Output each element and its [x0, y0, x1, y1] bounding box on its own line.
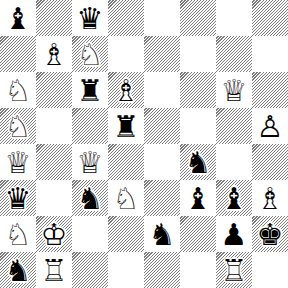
piece-white-queen: ♛♕: [216, 72, 252, 108]
square-a2[interactable]: ♞♘: [0, 216, 36, 252]
piece-glyph: ♝: [0, 0, 36, 36]
piece-glyph: ♘: [108, 180, 144, 216]
piece-glyph: ♕: [72, 144, 108, 180]
square-a6[interactable]: ♞♘: [0, 72, 36, 108]
piece-black-bishop: ♝♝: [180, 180, 216, 216]
square-c2[interactable]: [72, 216, 108, 252]
piece-glyph: ♘: [0, 216, 36, 252]
piece-white-rook: ♜♖: [216, 252, 252, 288]
square-d7[interactable]: [108, 36, 144, 72]
piece-glyph: ♛: [72, 0, 108, 36]
piece-black-king: ♚♚: [252, 216, 288, 252]
square-b2[interactable]: ♚♔: [36, 216, 72, 252]
piece-glyph: ♚: [252, 216, 288, 252]
square-a8[interactable]: ♝♝: [0, 0, 36, 36]
square-e1[interactable]: [144, 252, 180, 288]
piece-black-knight: ♞♞: [144, 216, 180, 252]
square-h6[interactable]: [252, 72, 288, 108]
square-f4[interactable]: ♞♞: [180, 144, 216, 180]
square-d8[interactable]: [108, 0, 144, 36]
piece-glyph: ♛: [0, 180, 36, 216]
square-c1[interactable]: [72, 252, 108, 288]
piece-black-knight: ♞♞: [0, 252, 36, 288]
square-b6[interactable]: [36, 72, 72, 108]
square-g7[interactable]: [216, 36, 252, 72]
piece-white-pawn: ♟♙: [252, 108, 288, 144]
square-e5[interactable]: [144, 108, 180, 144]
piece-white-knight: ♞♘: [108, 180, 144, 216]
piece-black-queen: ♛♛: [0, 180, 36, 216]
square-h8[interactable]: [252, 0, 288, 36]
piece-white-king: ♚♔: [36, 216, 72, 252]
piece-white-knight: ♞♘: [0, 108, 36, 144]
square-g6[interactable]: ♛♕: [216, 72, 252, 108]
piece-glyph: ♕: [0, 144, 36, 180]
square-f3[interactable]: ♝♝: [180, 180, 216, 216]
square-h7[interactable]: [252, 36, 288, 72]
square-h3[interactable]: ♝♗: [252, 180, 288, 216]
square-b1[interactable]: ♜♖: [36, 252, 72, 288]
square-g1[interactable]: ♜♖: [216, 252, 252, 288]
square-f1[interactable]: [180, 252, 216, 288]
piece-black-knight: ♞♞: [180, 144, 216, 180]
square-d6[interactable]: ♝♗: [108, 72, 144, 108]
square-g4[interactable]: [216, 144, 252, 180]
square-c7[interactable]: ♞♘: [72, 36, 108, 72]
piece-black-pawn: ♟♟: [216, 216, 252, 252]
piece-glyph: ♕: [216, 72, 252, 108]
piece-black-bishop: ♝♝: [0, 0, 36, 36]
square-a1[interactable]: ♞♞: [0, 252, 36, 288]
piece-white-rook: ♜♖: [36, 252, 72, 288]
square-g2[interactable]: ♟♟: [216, 216, 252, 252]
square-e8[interactable]: [144, 0, 180, 36]
chess-board: ♝♝♛♛♝♗♞♘♞♘♜♜♝♗♛♕♞♘♜♜♟♙♛♕♛♕♞♞♛♛♞♞♞♘♝♝♝♝♝♗…: [0, 0, 288, 288]
square-d3[interactable]: ♞♘: [108, 180, 144, 216]
square-h5[interactable]: ♟♙: [252, 108, 288, 144]
square-g8[interactable]: [216, 0, 252, 36]
square-c4[interactable]: ♛♕: [72, 144, 108, 180]
piece-black-bishop: ♝♝: [216, 180, 252, 216]
piece-black-queen: ♛♛: [72, 0, 108, 36]
piece-black-rook: ♜♜: [108, 108, 144, 144]
square-e6[interactable]: [144, 72, 180, 108]
square-b5[interactable]: [36, 108, 72, 144]
piece-white-knight: ♞♘: [0, 72, 36, 108]
piece-glyph: ♘: [72, 36, 108, 72]
piece-glyph: ♞: [72, 180, 108, 216]
piece-glyph: ♗: [108, 72, 144, 108]
square-b8[interactable]: [36, 0, 72, 36]
piece-black-rook: ♜♜: [72, 72, 108, 108]
square-h4[interactable]: [252, 144, 288, 180]
piece-black-knight: ♞♞: [72, 180, 108, 216]
piece-glyph: ♞: [180, 144, 216, 180]
piece-white-knight: ♞♘: [72, 36, 108, 72]
piece-glyph: ♟: [216, 216, 252, 252]
piece-glyph: ♞: [0, 252, 36, 288]
square-e2[interactable]: ♞♞: [144, 216, 180, 252]
piece-glyph: ♝: [216, 180, 252, 216]
square-a3[interactable]: ♛♛: [0, 180, 36, 216]
square-e3[interactable]: [144, 180, 180, 216]
square-a7[interactable]: [0, 36, 36, 72]
piece-glyph: ♗: [36, 36, 72, 72]
square-d2[interactable]: [108, 216, 144, 252]
piece-glyph: ♘: [0, 108, 36, 144]
square-c6[interactable]: ♜♜: [72, 72, 108, 108]
piece-glyph: ♖: [36, 252, 72, 288]
square-g5[interactable]: [216, 108, 252, 144]
square-c5[interactable]: [72, 108, 108, 144]
square-a4[interactable]: ♛♕: [0, 144, 36, 180]
square-g3[interactable]: ♝♝: [216, 180, 252, 216]
square-h2[interactable]: ♚♚: [252, 216, 288, 252]
square-b4[interactable]: [36, 144, 72, 180]
square-c3[interactable]: ♞♞: [72, 180, 108, 216]
square-b7[interactable]: ♝♗: [36, 36, 72, 72]
square-a5[interactable]: ♞♘: [0, 108, 36, 144]
piece-glyph: ♜: [108, 108, 144, 144]
square-d5[interactable]: ♜♜: [108, 108, 144, 144]
piece-glyph: ♙: [252, 108, 288, 144]
piece-white-bishop: ♝♗: [252, 180, 288, 216]
piece-white-queen: ♛♕: [0, 144, 36, 180]
piece-glyph: ♜: [72, 72, 108, 108]
square-f2[interactable]: [180, 216, 216, 252]
piece-glyph: ♖: [216, 252, 252, 288]
square-f8[interactable]: [180, 0, 216, 36]
piece-glyph: ♝: [180, 180, 216, 216]
piece-white-knight: ♞♘: [0, 216, 36, 252]
piece-glyph: ♗: [252, 180, 288, 216]
square-h1[interactable]: [252, 252, 288, 288]
piece-white-bishop: ♝♗: [36, 36, 72, 72]
piece-glyph: ♘: [0, 72, 36, 108]
square-f5[interactable]: [180, 108, 216, 144]
piece-glyph: ♞: [144, 216, 180, 252]
square-d4[interactable]: [108, 144, 144, 180]
piece-white-bishop: ♝♗: [108, 72, 144, 108]
square-d1[interactable]: [108, 252, 144, 288]
square-c8[interactable]: ♛♛: [72, 0, 108, 36]
piece-white-queen: ♛♕: [72, 144, 108, 180]
piece-glyph: ♔: [36, 216, 72, 252]
square-b3[interactable]: [36, 180, 72, 216]
square-f7[interactable]: [180, 36, 216, 72]
square-e4[interactable]: [144, 144, 180, 180]
square-e7[interactable]: [144, 36, 180, 72]
square-f6[interactable]: [180, 72, 216, 108]
